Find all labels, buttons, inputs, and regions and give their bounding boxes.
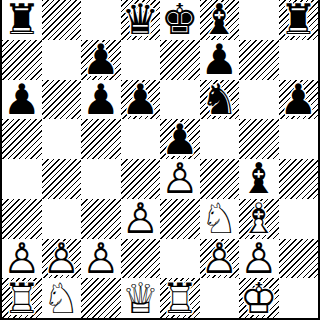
square-d4[interactable] bbox=[121, 159, 161, 199]
square-a3[interactable] bbox=[2, 199, 42, 239]
square-b1[interactable]: ♞♘ bbox=[42, 278, 82, 318]
square-c8[interactable] bbox=[81, 0, 121, 40]
square-f8[interactable]: ♝ bbox=[200, 0, 240, 40]
square-a7[interactable] bbox=[2, 40, 42, 80]
white-pawn: ♙ bbox=[121, 199, 159, 238]
square-d1[interactable]: ♛♕ bbox=[121, 278, 161, 318]
black-pawn: ♟ bbox=[161, 120, 199, 159]
white-bishop: ♗ bbox=[240, 199, 278, 238]
white-king: ♔ bbox=[240, 279, 278, 318]
black-pawn: ♟ bbox=[3, 80, 41, 119]
black-rook: ♜ bbox=[3, 0, 41, 39]
square-d3[interactable]: ♟♙ bbox=[121, 199, 161, 239]
white-knight: ♘ bbox=[200, 199, 238, 238]
square-e6[interactable] bbox=[160, 80, 200, 120]
square-d5[interactable] bbox=[121, 119, 161, 159]
white-pawn: ♙ bbox=[3, 239, 41, 278]
white-knight: ♘ bbox=[42, 279, 80, 318]
square-b2[interactable]: ♟♙ bbox=[42, 239, 82, 279]
square-e3[interactable] bbox=[160, 199, 200, 239]
square-f5[interactable] bbox=[200, 119, 240, 159]
square-c6[interactable]: ♟ bbox=[81, 80, 121, 120]
white-pawn: ♙ bbox=[240, 239, 278, 278]
white-queen: ♕ bbox=[121, 279, 159, 318]
square-a8[interactable]: ♜ bbox=[2, 0, 42, 40]
square-f1[interactable] bbox=[200, 278, 240, 318]
square-c2[interactable]: ♟♙ bbox=[81, 239, 121, 279]
square-c3[interactable] bbox=[81, 199, 121, 239]
square-f6[interactable]: ♞ bbox=[200, 80, 240, 120]
square-a5[interactable] bbox=[2, 119, 42, 159]
chess-board: ♜♛♚♝♜♟♟♟♟♟♞♟♟♟♙♝♟♙♞♘♝♗♟♙♟♙♟♙♟♙♟♙♜♖♞♘♛♕♜♖… bbox=[0, 0, 320, 320]
square-e4[interactable]: ♟♙ bbox=[160, 159, 200, 199]
square-d8[interactable]: ♛ bbox=[121, 0, 161, 40]
square-a6[interactable]: ♟ bbox=[2, 80, 42, 120]
square-g6[interactable] bbox=[239, 80, 279, 120]
white-pawn: ♙ bbox=[200, 239, 238, 278]
white-rook: ♖ bbox=[161, 279, 199, 318]
square-d6[interactable]: ♟ bbox=[121, 80, 161, 120]
square-g3[interactable]: ♝♗ bbox=[239, 199, 279, 239]
square-b7[interactable] bbox=[42, 40, 82, 80]
square-b4[interactable] bbox=[42, 159, 82, 199]
square-h4[interactable] bbox=[279, 159, 319, 199]
square-g1[interactable]: ♚♔ bbox=[239, 278, 279, 318]
black-knight: ♞ bbox=[200, 80, 238, 119]
square-h3[interactable] bbox=[279, 199, 319, 239]
square-b3[interactable] bbox=[42, 199, 82, 239]
square-g4[interactable]: ♝ bbox=[239, 159, 279, 199]
square-b6[interactable] bbox=[42, 80, 82, 120]
black-pawn: ♟ bbox=[279, 80, 317, 119]
square-g2[interactable]: ♟♙ bbox=[239, 239, 279, 279]
black-pawn: ♟ bbox=[121, 80, 159, 119]
square-h5[interactable] bbox=[279, 119, 319, 159]
square-h2[interactable] bbox=[279, 239, 319, 279]
white-pawn: ♙ bbox=[42, 239, 80, 278]
black-bishop: ♝ bbox=[240, 159, 278, 198]
black-rook: ♜ bbox=[279, 0, 317, 39]
square-h1[interactable] bbox=[279, 278, 319, 318]
square-e1[interactable]: ♜♖ bbox=[160, 278, 200, 318]
square-e8[interactable]: ♚ bbox=[160, 0, 200, 40]
square-h8[interactable]: ♜ bbox=[279, 0, 319, 40]
black-queen: ♛ bbox=[121, 0, 159, 39]
square-e7[interactable] bbox=[160, 40, 200, 80]
square-a1[interactable]: ♜♖ bbox=[2, 278, 42, 318]
square-a2[interactable]: ♟♙ bbox=[2, 239, 42, 279]
white-pawn: ♙ bbox=[161, 159, 199, 198]
square-c5[interactable] bbox=[81, 119, 121, 159]
square-a4[interactable] bbox=[2, 159, 42, 199]
square-g5[interactable] bbox=[239, 119, 279, 159]
square-f3[interactable]: ♞♘ bbox=[200, 199, 240, 239]
square-h6[interactable]: ♟ bbox=[279, 80, 319, 120]
square-f2[interactable]: ♟♙ bbox=[200, 239, 240, 279]
black-pawn: ♟ bbox=[200, 40, 238, 79]
black-king: ♚ bbox=[161, 0, 199, 39]
square-c4[interactable] bbox=[81, 159, 121, 199]
square-c7[interactable]: ♟ bbox=[81, 40, 121, 80]
square-e2[interactable] bbox=[160, 239, 200, 279]
black-pawn: ♟ bbox=[82, 80, 120, 119]
square-d7[interactable] bbox=[121, 40, 161, 80]
square-b5[interactable] bbox=[42, 119, 82, 159]
square-f4[interactable] bbox=[200, 159, 240, 199]
square-e5[interactable]: ♟ bbox=[160, 119, 200, 159]
square-h7[interactable] bbox=[279, 40, 319, 80]
white-pawn: ♙ bbox=[82, 239, 120, 278]
black-pawn: ♟ bbox=[82, 40, 120, 79]
square-c1[interactable] bbox=[81, 278, 121, 318]
square-b8[interactable] bbox=[42, 0, 82, 40]
square-g7[interactable] bbox=[239, 40, 279, 80]
square-g8[interactable] bbox=[239, 0, 279, 40]
square-f7[interactable]: ♟ bbox=[200, 40, 240, 80]
white-rook: ♖ bbox=[3, 279, 41, 318]
square-d2[interactable] bbox=[121, 239, 161, 279]
black-bishop: ♝ bbox=[200, 0, 238, 39]
